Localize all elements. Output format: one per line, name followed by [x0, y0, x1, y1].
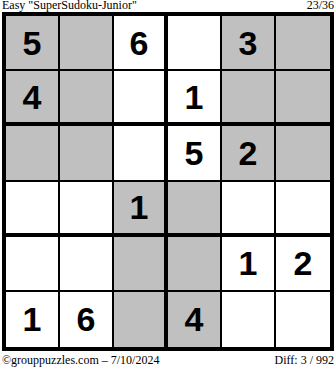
puzzle-page: Easy "SuperSudoku-Junior" 23/36 56341521…	[0, 0, 336, 370]
cell-r3c4[interactable]: 5	[168, 126, 222, 181]
cell-r5c5[interactable]: 1	[222, 237, 276, 292]
cell-r2c3[interactable]	[114, 71, 168, 126]
cell-r5c2[interactable]	[60, 237, 114, 292]
cell-r1c2[interactable]	[60, 16, 114, 71]
cell-r4c3[interactable]: 1	[114, 182, 168, 237]
cell-r1c3[interactable]: 6	[114, 16, 168, 71]
cell-r4c1[interactable]	[6, 182, 60, 237]
copyright-date: ©grouppuzzles.com – 7/10/2024	[2, 354, 159, 367]
cell-r4c2[interactable]	[60, 182, 114, 237]
puzzle-counter: 23/36	[307, 0, 334, 11]
cell-r3c6[interactable]	[276, 126, 330, 181]
cell-r6c4[interactable]: 4	[168, 292, 222, 347]
cell-r2c6[interactable]	[276, 71, 330, 126]
cell-r1c5[interactable]: 3	[222, 16, 276, 71]
cell-r4c5[interactable]	[222, 182, 276, 237]
difficulty-label: Diff: 3 / 992	[275, 354, 334, 367]
cell-r6c5[interactable]	[222, 292, 276, 347]
cell-r5c4[interactable]	[168, 237, 222, 292]
header: Easy "SuperSudoku-Junior" 23/36	[2, 0, 334, 12]
cell-r1c1[interactable]: 5	[6, 16, 60, 71]
cell-r3c5[interactable]: 2	[222, 126, 276, 181]
cell-r4c4[interactable]	[168, 182, 222, 237]
puzzle-title: Easy "SuperSudoku-Junior"	[2, 0, 137, 11]
cell-r6c2[interactable]: 6	[60, 292, 114, 347]
cell-r5c1[interactable]	[6, 237, 60, 292]
cell-r4c6[interactable]	[276, 182, 330, 237]
cell-r5c6[interactable]: 2	[276, 237, 330, 292]
cell-r2c2[interactable]	[60, 71, 114, 126]
cell-r6c6[interactable]	[276, 292, 330, 347]
cell-r6c3[interactable]	[114, 292, 168, 347]
footer: ©grouppuzzles.com – 7/10/2024 Diff: 3 / …	[2, 354, 334, 367]
cell-r1c4[interactable]	[168, 16, 222, 71]
cell-r1c6[interactable]	[276, 16, 330, 71]
cell-r3c2[interactable]	[60, 126, 114, 181]
cell-r3c1[interactable]	[6, 126, 60, 181]
cell-r3c3[interactable]	[114, 126, 168, 181]
cell-r5c3[interactable]	[114, 237, 168, 292]
sudoku-board: 5634152112164	[2, 12, 334, 351]
cell-r2c4[interactable]: 1	[168, 71, 222, 126]
cell-r2c1[interactable]: 4	[6, 71, 60, 126]
cell-r2c5[interactable]	[222, 71, 276, 126]
cell-r6c1[interactable]: 1	[6, 292, 60, 347]
